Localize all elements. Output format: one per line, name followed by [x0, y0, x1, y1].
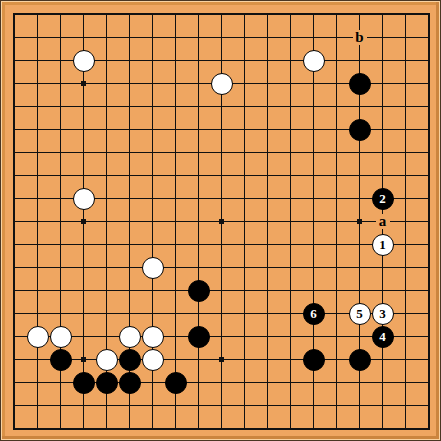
white-stone-move-1[interactable]: 1 — [372, 234, 394, 256]
white-stone[interactable] — [142, 257, 164, 279]
white-stone[interactable] — [50, 326, 72, 348]
star-point — [81, 219, 86, 224]
black-stone[interactable] — [73, 372, 95, 394]
star-point — [219, 219, 224, 224]
white-stone[interactable] — [142, 326, 164, 348]
black-stone[interactable] — [119, 349, 141, 371]
black-stone-move-2[interactable]: 2 — [372, 188, 394, 210]
black-stone[interactable] — [349, 73, 371, 95]
black-stone[interactable] — [188, 326, 210, 348]
white-stone[interactable] — [73, 188, 95, 210]
star-point — [81, 81, 86, 86]
white-stone-move-3[interactable]: 3 — [372, 303, 394, 325]
point-label-b[interactable]: b — [353, 30, 367, 45]
black-stone-move-4[interactable]: 4 — [372, 326, 394, 348]
black-stone[interactable] — [303, 349, 325, 371]
star-point — [357, 219, 362, 224]
white-stone[interactable] — [211, 73, 233, 95]
black-stone[interactable] — [349, 349, 371, 371]
black-stone[interactable] — [50, 349, 72, 371]
black-stone[interactable] — [96, 372, 118, 394]
white-stone[interactable] — [119, 326, 141, 348]
black-stone[interactable] — [165, 372, 187, 394]
white-stone[interactable] — [27, 326, 49, 348]
go-board[interactable]: ab216534 — [1, 1, 441, 441]
white-stone-move-5[interactable]: 5 — [349, 303, 371, 325]
white-stone[interactable] — [303, 50, 325, 72]
black-stone[interactable] — [349, 119, 371, 141]
white-stone[interactable] — [142, 349, 164, 371]
white-stone[interactable] — [73, 50, 95, 72]
black-stone[interactable] — [188, 280, 210, 302]
black-stone-move-6[interactable]: 6 — [303, 303, 325, 325]
white-stone[interactable] — [96, 349, 118, 371]
star-point — [81, 357, 86, 362]
point-label-a[interactable]: a — [376, 214, 390, 229]
black-stone[interactable] — [119, 372, 141, 394]
go-board-frame: ab216534 — [0, 0, 441, 441]
star-point — [219, 357, 224, 362]
